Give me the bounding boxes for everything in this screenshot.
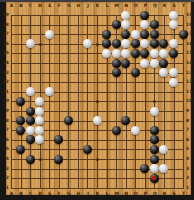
row-label: 4: [186, 156, 194, 162]
white-stone: [169, 39, 178, 48]
black-stone: [16, 126, 25, 135]
row-label: 13: [186, 70, 194, 76]
row-label: 2: [1, 175, 9, 181]
white-stone: [121, 20, 130, 29]
row-label: 9: [1, 108, 9, 114]
black-stone: [150, 126, 159, 135]
row-label: 3: [1, 166, 9, 172]
column-label: D: [37, 191, 44, 197]
white-stone: [93, 116, 102, 125]
black-stone: [150, 20, 159, 29]
row-label: 10: [1, 98, 9, 104]
black-stone: [140, 11, 149, 20]
black-stone: [150, 30, 159, 39]
white-stone: [35, 107, 44, 116]
black-stone: [150, 145, 159, 154]
white-stone: [140, 59, 149, 68]
row-label: 6: [1, 137, 9, 143]
white-stone: [26, 39, 35, 48]
white-stone: [159, 145, 168, 154]
row-label: 1: [1, 185, 9, 191]
white-stone: [169, 11, 178, 20]
row-label: 14: [1, 60, 9, 66]
white-stone: [45, 30, 54, 39]
white-stone: [140, 20, 149, 29]
row-label: 15: [1, 50, 9, 56]
white-stone: [159, 164, 168, 173]
white-stone: [121, 39, 130, 48]
column-label: O: [132, 3, 139, 9]
row-label: 12: [186, 79, 194, 85]
row-label: 8: [1, 118, 9, 124]
white-stone: [150, 107, 159, 116]
black-stone: [102, 39, 111, 48]
black-stone: [64, 116, 73, 125]
column-label: C: [27, 191, 34, 197]
white-stone: [83, 39, 92, 48]
column-label: M: [113, 3, 120, 9]
column-label: T: [180, 191, 187, 197]
white-stone: [150, 59, 159, 68]
white-stone: [131, 126, 140, 135]
row-label: 1: [186, 185, 194, 191]
black-stone: [54, 135, 63, 144]
row-label: 16: [1, 41, 9, 47]
white-stone: [169, 68, 178, 77]
row-label: 11: [1, 89, 9, 95]
column-label: O: [132, 191, 139, 197]
column-label: R: [161, 3, 168, 9]
black-stone: [26, 107, 35, 116]
black-stone: [112, 59, 121, 68]
white-stone: [121, 11, 130, 20]
white-stone: [35, 116, 44, 125]
black-stone: [179, 30, 188, 39]
black-stone: [159, 59, 168, 68]
row-label: 19: [186, 12, 194, 18]
white-stone: [150, 49, 159, 58]
hoshi-point: [96, 158, 99, 161]
row-label: 9: [186, 108, 194, 114]
go-client-window: { "game": "go", "window": { "background_…: [0, 0, 194, 200]
grid-line: [11, 188, 184, 189]
column-label: H: [75, 3, 82, 9]
white-stone: [140, 39, 149, 48]
row-label: 11: [186, 89, 194, 95]
black-stone: [150, 39, 159, 48]
row-label: 6: [186, 137, 194, 143]
column-label: L: [104, 191, 111, 197]
white-stone: [112, 49, 121, 58]
white-stone: [131, 30, 140, 39]
column-label: S: [171, 3, 178, 9]
column-label: E: [46, 191, 53, 197]
column-label: A: [8, 3, 15, 9]
black-stone: [54, 155, 63, 164]
go-board[interactable]: AA1919BB1818CC1717DD1616EE1515FF1414GG13…: [6, 2, 191, 195]
row-label: 15: [186, 50, 194, 56]
hoshi-point: [39, 43, 42, 46]
column-label: G: [65, 3, 72, 9]
row-label: 16: [186, 41, 194, 47]
column-label: T: [180, 3, 187, 9]
row-label: 10: [186, 98, 194, 104]
black-stone: [26, 135, 35, 144]
column-label: J: [84, 191, 91, 197]
column-label: S: [171, 191, 178, 197]
column-label: C: [27, 3, 34, 9]
black-stone: [16, 97, 25, 106]
black-stone: [131, 39, 140, 48]
column-label: K: [94, 3, 101, 9]
row-label: 18: [1, 22, 9, 28]
column-label: J: [84, 3, 91, 9]
black-stone: [150, 155, 159, 164]
column-label: G: [65, 191, 72, 197]
white-stone: [35, 97, 44, 106]
white-stone: [45, 87, 54, 96]
column-label: E: [46, 3, 53, 9]
row-label: 18: [186, 22, 194, 28]
black-stone: [112, 68, 121, 77]
row-label: 2: [186, 175, 194, 181]
black-stone: [112, 126, 121, 135]
black-stone: [159, 39, 168, 48]
black-stone: [26, 155, 35, 164]
column-label: B: [18, 3, 25, 9]
column-label: P: [142, 191, 149, 197]
column-label: D: [37, 3, 44, 9]
row-label: 3: [186, 166, 194, 172]
row-label: 5: [1, 146, 9, 152]
black-stone: [121, 30, 130, 39]
white-stone: [169, 78, 178, 87]
column-label: F: [56, 3, 63, 9]
white-stone: [35, 135, 44, 144]
black-stone: [83, 145, 92, 154]
white-stone: [159, 68, 168, 77]
black-stone: [169, 49, 178, 58]
row-label: 19: [1, 12, 9, 18]
row-label: 5: [186, 146, 194, 152]
black-stone: [140, 49, 149, 58]
white-stone: [102, 49, 111, 58]
column-label: H: [75, 191, 82, 197]
row-label: 17: [1, 31, 9, 37]
column-label: L: [104, 3, 111, 9]
black-stone: [26, 116, 35, 125]
black-stone: [16, 116, 25, 125]
white-stone: [26, 126, 35, 135]
white-stone: [35, 126, 44, 135]
row-label: 8: [186, 118, 194, 124]
black-stone: [112, 39, 121, 48]
white-stone: [26, 87, 35, 96]
black-stone: [112, 20, 121, 29]
column-label: R: [161, 191, 168, 197]
column-label: Q: [151, 191, 158, 197]
black-stone: [150, 135, 159, 144]
black-stone: [16, 145, 25, 154]
column-label: F: [56, 191, 63, 197]
black-stone: [131, 49, 140, 58]
column-label: N: [123, 191, 130, 197]
row-label: 4: [1, 156, 9, 162]
black-stone: [140, 30, 149, 39]
row-label: 7: [186, 127, 194, 133]
white-stone: [121, 49, 130, 58]
row-label: 13: [1, 70, 9, 76]
black-stone: [121, 116, 130, 125]
row-label: 12: [1, 79, 9, 85]
row-label: 7: [1, 127, 9, 133]
grid-line: [183, 15, 184, 189]
column-label: A: [8, 191, 15, 197]
black-stone: [140, 164, 149, 173]
column-label: Q: [151, 3, 158, 9]
black-stone: [131, 68, 140, 77]
column-label: B: [18, 191, 25, 197]
black-stone: [102, 30, 111, 39]
column-label: P: [142, 3, 149, 9]
white-stone: [169, 20, 178, 29]
column-label: K: [94, 191, 101, 197]
hoshi-point: [96, 43, 99, 46]
black-stone: [121, 59, 130, 68]
hoshi-point: [39, 158, 42, 161]
white-stone: [150, 164, 159, 173]
row-label: 14: [186, 60, 194, 66]
column-label: N: [123, 3, 130, 9]
column-label: M: [113, 191, 120, 197]
hoshi-point: [96, 100, 99, 103]
white-stone: [159, 49, 168, 58]
